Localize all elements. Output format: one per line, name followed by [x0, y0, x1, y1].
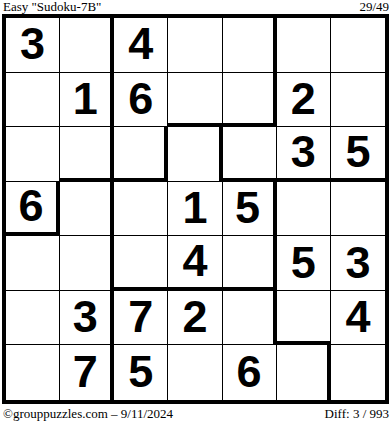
cell-r7c5[interactable]: 6 [223, 345, 277, 400]
cell-r4c2[interactable] [60, 182, 114, 237]
cell-r7c6[interactable] [277, 345, 331, 400]
cell-r3c3[interactable] [114, 127, 168, 182]
cell-r1c6[interactable] [277, 18, 331, 73]
given-digit: 5 [345, 129, 370, 174]
cell-r6c4[interactable]: 2 [168, 291, 222, 346]
difficulty-text: Diff: 3 / 993 [325, 406, 389, 422]
given-digit: 2 [291, 76, 316, 121]
cell-r2c2[interactable]: 1 [60, 73, 114, 128]
cell-r4c6[interactable] [277, 182, 331, 237]
cell-r6c2[interactable]: 3 [60, 291, 114, 346]
cell-r5c7[interactable]: 3 [331, 236, 385, 291]
cell-r2c7[interactable] [331, 73, 385, 128]
cell-r6c5[interactable] [223, 291, 277, 346]
cell-r7c3[interactable]: 5 [114, 345, 168, 400]
given-digit: 6 [128, 76, 153, 121]
puzzle-title: Easy "Sudoku-7B" [3, 0, 101, 15]
cell-r6c6[interactable] [277, 291, 331, 346]
cell-r6c7[interactable]: 4 [331, 291, 385, 346]
cell-r3c5[interactable] [223, 127, 277, 182]
header: Easy "Sudoku-7B" 29/49 [3, 0, 389, 15]
given-digit: 4 [345, 294, 370, 339]
cell-r7c2[interactable]: 7 [60, 345, 114, 400]
cell-r6c3[interactable]: 7 [114, 291, 168, 346]
given-digit: 5 [128, 349, 153, 394]
cell-r3c4[interactable] [168, 127, 222, 182]
given-digit: 3 [20, 21, 45, 66]
cell-r7c7[interactable] [331, 345, 385, 400]
cell-r5c4[interactable]: 4 [168, 236, 222, 291]
cell-r7c4[interactable] [168, 345, 222, 400]
cell-r5c2[interactable] [60, 236, 114, 291]
given-digit: 1 [182, 185, 207, 230]
cell-r1c3[interactable]: 4 [114, 18, 168, 73]
cell-r1c7[interactable] [331, 18, 385, 73]
sudoku-board: 34162356154533724756 [2, 14, 389, 404]
cell-r4c4[interactable]: 1 [168, 182, 222, 237]
given-digit: 3 [73, 294, 98, 339]
cell-r4c7[interactable] [331, 182, 385, 237]
given-digit: 7 [73, 349, 98, 394]
copyright-text: ©grouppuzzles.com – 9/11/2024 [3, 406, 173, 422]
cell-r2c4[interactable] [168, 73, 222, 128]
given-digit: 3 [345, 240, 370, 285]
cell-r2c3[interactable]: 6 [114, 73, 168, 128]
cell-r4c1[interactable]: 6 [6, 182, 60, 237]
given-digit: 6 [19, 183, 44, 228]
given-digit: 5 [235, 185, 260, 230]
given-digit: 2 [182, 294, 207, 339]
cell-r3c1[interactable] [6, 127, 60, 182]
cell-r2c5[interactable] [223, 73, 277, 128]
cell-r1c4[interactable] [168, 18, 222, 73]
given-digit: 4 [182, 238, 207, 283]
cell-r3c6[interactable]: 3 [277, 127, 331, 182]
cell-r5c5[interactable] [223, 236, 277, 291]
cell-r5c6[interactable]: 5 [277, 236, 331, 291]
cell-r4c5[interactable]: 5 [223, 182, 277, 237]
cell-r3c2[interactable] [60, 127, 114, 182]
given-digit: 4 [128, 21, 153, 66]
cell-r5c3[interactable] [114, 236, 168, 291]
given-digit: 6 [237, 349, 262, 394]
cell-r1c2[interactable] [60, 18, 114, 73]
clue-counter: 29/49 [359, 0, 389, 15]
cell-r7c1[interactable] [6, 345, 60, 400]
footer: ©grouppuzzles.com – 9/11/2024 Diff: 3 / … [3, 406, 389, 422]
cell-r3c7[interactable]: 5 [331, 127, 385, 182]
cell-r2c1[interactable] [6, 73, 60, 128]
page: Easy "Sudoku-7B" 29/49 34162356154533724… [0, 0, 391, 426]
cell-r4c3[interactable] [114, 182, 168, 237]
given-digit: 7 [128, 294, 153, 339]
cell-r1c1[interactable]: 3 [6, 18, 60, 73]
cell-r2c6[interactable]: 2 [277, 73, 331, 128]
cell-r1c5[interactable] [223, 18, 277, 73]
cell-r5c1[interactable] [6, 236, 60, 291]
given-digit: 1 [73, 76, 98, 121]
given-digit: 5 [291, 240, 316, 285]
given-digit: 3 [291, 129, 316, 174]
cell-r6c1[interactable] [6, 291, 60, 346]
